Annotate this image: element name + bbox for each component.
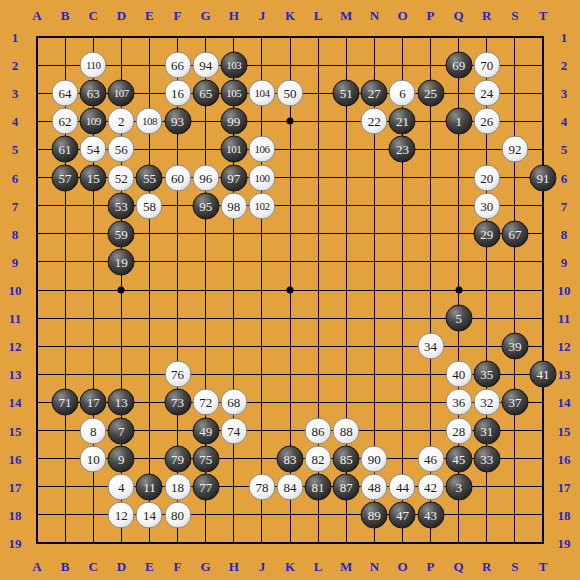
stone-black-K16: 83 [277,445,304,472]
move-number: 68 [227,396,240,409]
move-number: 93 [171,115,184,128]
column-label-bottom: N [370,560,379,573]
stone-black-M16: 85 [333,445,360,472]
row-label-left: 4 [12,115,19,128]
stone-white-R14: 32 [473,389,500,416]
move-number: 63 [87,87,100,100]
stone-black-S14: 37 [501,389,528,416]
stone-white-F3: 16 [164,80,191,107]
move-number: 86 [312,424,325,437]
stone-black-B5: 61 [52,136,79,163]
row-label-left: 6 [12,171,19,184]
move-number: 109 [86,116,101,127]
stone-black-R13: 35 [473,361,500,388]
stone-black-H5: 101 [220,136,247,163]
move-number: 87 [340,480,353,493]
move-number: 100 [254,172,269,183]
row-label-left: 11 [9,312,21,325]
move-number: 2 [118,115,125,128]
move-number: 16 [171,87,184,100]
stone-black-N3: 27 [361,80,388,107]
column-label-bottom: R [482,560,491,573]
stone-white-H7: 98 [220,192,247,219]
stone-white-L16: 82 [305,445,332,472]
row-label-right: 1 [561,31,568,44]
move-number: 5 [455,312,462,325]
stone-white-H14: 68 [220,389,247,416]
column-label-top: R [482,9,491,22]
move-number: 26 [480,115,493,128]
row-label-left: 9 [12,255,19,268]
stone-black-M17: 87 [333,473,360,500]
stone-black-F16: 79 [164,445,191,472]
move-number: 52 [115,171,128,184]
column-label-top: T [539,9,548,22]
stone-white-R7: 30 [473,192,500,219]
stone-black-L17: 81 [305,473,332,500]
row-label-right: 2 [561,59,568,72]
column-label-top: O [397,9,407,22]
move-number: 33 [480,452,493,465]
stone-white-D18: 12 [108,501,135,528]
move-number: 107 [114,88,129,99]
move-number: 8 [90,424,97,437]
move-number: 24 [480,87,493,100]
stone-white-K3: 50 [277,80,304,107]
move-number: 83 [284,452,297,465]
move-number: 67 [508,227,521,240]
stone-black-C4: 109 [80,108,107,135]
stone-white-C2: 110 [80,52,107,79]
stone-white-J5: 106 [248,136,275,163]
stone-white-F2: 66 [164,52,191,79]
row-label-right: 19 [558,537,571,550]
move-number: 19 [115,255,128,268]
move-number: 103 [226,60,241,71]
move-number: 49 [199,424,212,437]
row-label-left: 15 [9,424,22,437]
move-number: 51 [340,87,353,100]
stone-black-D15: 7 [108,417,135,444]
row-label-right: 17 [558,480,571,493]
move-number: 13 [115,396,128,409]
row-label-right: 6 [561,171,568,184]
stone-black-Q11: 5 [445,305,472,332]
move-number: 81 [312,480,325,493]
stone-white-E18: 14 [136,501,163,528]
star-point-K4 [287,118,294,125]
stone-black-R8: 29 [473,220,500,247]
column-label-top: Q [454,9,464,22]
move-number: 43 [424,508,437,521]
row-label-left: 8 [12,227,19,240]
stone-white-Q13: 40 [445,361,472,388]
stone-white-R3: 24 [473,80,500,107]
row-label-right: 4 [561,115,568,128]
column-label-bottom: D [117,560,126,573]
stone-white-D17: 4 [108,473,135,500]
stone-black-O5: 23 [389,136,416,163]
move-number: 34 [424,340,437,353]
move-number: 15 [87,171,100,184]
stone-white-M15: 88 [333,417,360,444]
move-number: 96 [199,171,212,184]
stone-white-R4: 26 [473,108,500,135]
move-number: 62 [59,115,72,128]
stone-black-H4: 99 [220,108,247,135]
move-number: 82 [312,452,325,465]
move-number: 85 [340,452,353,465]
row-label-left: 5 [12,143,19,156]
column-label-bottom: Q [454,560,464,573]
move-number: 3 [455,480,462,493]
row-label-right: 14 [558,396,571,409]
move-number: 75 [199,452,212,465]
move-number: 73 [171,396,184,409]
stone-white-F17: 18 [164,473,191,500]
move-number: 64 [59,87,72,100]
move-number: 108 [142,116,157,127]
column-label-bottom: A [32,560,41,573]
move-number: 20 [480,171,493,184]
move-number: 40 [452,368,465,381]
star-point-K10 [287,287,294,294]
stone-black-G16: 75 [192,445,219,472]
column-label-top: E [145,9,154,22]
column-label-top: A [32,9,41,22]
column-label-top: P [427,9,435,22]
stone-black-S8: 67 [501,220,528,247]
stone-white-B4: 62 [52,108,79,135]
stone-white-O3: 6 [389,80,416,107]
move-number: 77 [199,480,212,493]
move-number: 57 [59,171,72,184]
move-number: 27 [368,87,381,100]
stone-white-B3: 64 [52,80,79,107]
move-number: 92 [508,143,521,156]
stone-white-N16: 90 [361,445,388,472]
row-label-left: 16 [9,452,22,465]
move-number: 69 [452,59,465,72]
move-number: 21 [396,115,409,128]
move-number: 65 [199,87,212,100]
move-number: 84 [284,480,297,493]
move-number: 95 [199,199,212,212]
stone-white-E7: 58 [136,192,163,219]
move-number: 104 [254,88,269,99]
row-label-left: 14 [9,396,22,409]
column-label-top: L [314,9,323,22]
stone-white-G14: 72 [192,389,219,416]
move-number: 37 [508,396,521,409]
column-label-bottom: O [397,560,407,573]
stone-white-H15: 74 [220,417,247,444]
move-number: 39 [508,340,521,353]
row-label-right: 12 [558,340,571,353]
stone-white-D6: 52 [108,164,135,191]
stone-white-F13: 76 [164,361,191,388]
stone-white-C15: 8 [80,417,107,444]
move-number: 23 [396,143,409,156]
stone-white-L15: 86 [305,417,332,444]
move-number: 14 [143,508,156,521]
move-number: 22 [368,115,381,128]
stone-white-N4: 22 [361,108,388,135]
stone-black-D9: 19 [108,248,135,275]
stone-white-E4: 108 [136,108,163,135]
column-label-bottom: E [145,560,154,573]
stone-white-J3: 104 [248,80,275,107]
stone-white-K17: 84 [277,473,304,500]
move-number: 46 [424,452,437,465]
stone-white-R6: 20 [473,164,500,191]
row-label-left: 19 [9,537,22,550]
row-label-left: 3 [12,87,19,100]
stone-black-Q4: 1 [445,108,472,135]
move-number: 50 [284,87,297,100]
move-number: 1 [455,115,462,128]
stone-black-C6: 15 [80,164,107,191]
move-number: 6 [399,87,406,100]
stone-black-Q2: 69 [445,52,472,79]
stone-white-P16: 46 [417,445,444,472]
move-number: 79 [171,452,184,465]
stone-black-D14: 13 [108,389,135,416]
stone-white-P17: 42 [417,473,444,500]
move-number: 58 [143,199,156,212]
stone-white-Q15: 28 [445,417,472,444]
stone-black-G7: 95 [192,192,219,219]
row-label-left: 12 [9,340,22,353]
move-number: 105 [226,88,241,99]
column-label-bottom: C [89,560,98,573]
column-label-top: H [229,9,239,22]
move-number: 78 [255,480,268,493]
move-number: 28 [452,424,465,437]
column-label-bottom: T [539,560,548,573]
stone-white-J17: 78 [248,473,275,500]
move-number: 18 [171,480,184,493]
move-number: 11 [143,480,156,493]
stone-black-C14: 17 [80,389,107,416]
stone-black-C3: 63 [80,80,107,107]
move-number: 71 [59,396,72,409]
stone-black-B14: 71 [52,389,79,416]
row-label-left: 2 [12,59,19,72]
stone-white-J6: 100 [248,164,275,191]
row-label-right: 15 [558,424,571,437]
stone-black-G17: 77 [192,473,219,500]
column-label-bottom: J [259,560,266,573]
stone-white-G6: 96 [192,164,219,191]
move-number: 45 [452,452,465,465]
row-label-right: 10 [558,284,571,297]
stone-black-M3: 51 [333,80,360,107]
row-label-right: 7 [561,199,568,212]
stone-white-S5: 92 [501,136,528,163]
column-label-bottom: P [427,560,435,573]
column-label-top: K [285,9,295,22]
move-number: 25 [424,87,437,100]
move-number: 56 [115,143,128,156]
stone-white-Q14: 36 [445,389,472,416]
row-label-right: 9 [561,255,568,268]
move-number: 101 [226,144,241,155]
move-number: 31 [480,424,493,437]
move-number: 66 [171,59,184,72]
stone-white-O17: 44 [389,473,416,500]
star-point-Q10 [455,287,462,294]
move-number: 91 [537,171,550,184]
stone-white-F6: 60 [164,164,191,191]
move-number: 88 [340,424,353,437]
column-label-top: N [370,9,379,22]
column-label-top: S [511,9,518,22]
column-label-top: D [117,9,126,22]
move-number: 53 [115,199,128,212]
column-label-bottom: L [314,560,323,573]
stone-black-E17: 11 [136,473,163,500]
stone-white-C16: 10 [80,445,107,472]
stone-black-S12: 39 [501,333,528,360]
move-number: 98 [227,199,240,212]
move-number: 80 [171,508,184,521]
stone-white-D5: 56 [108,136,135,163]
move-number: 110 [86,60,101,71]
column-label-top: F [174,9,182,22]
move-number: 12 [115,508,128,521]
stone-black-P3: 25 [417,80,444,107]
move-number: 59 [115,227,128,240]
stone-white-F18: 80 [164,501,191,528]
move-number: 54 [87,143,100,156]
move-number: 74 [227,424,240,437]
move-number: 106 [254,144,269,155]
move-number: 72 [199,396,212,409]
row-label-right: 3 [561,87,568,100]
row-label-left: 13 [9,368,22,381]
move-number: 94 [199,59,212,72]
stone-black-P18: 43 [417,501,444,528]
move-number: 29 [480,227,493,240]
stone-white-G2: 94 [192,52,219,79]
row-label-right: 16 [558,452,571,465]
stone-black-H3: 105 [220,80,247,107]
stone-black-D3: 107 [108,80,135,107]
stone-black-B6: 57 [52,164,79,191]
column-label-bottom: M [340,560,352,573]
move-number: 97 [227,171,240,184]
move-number: 61 [59,143,72,156]
column-label-top: G [201,9,211,22]
column-label-bottom: F [174,560,182,573]
stone-black-O18: 47 [389,501,416,528]
row-label-right: 8 [561,227,568,240]
stone-black-T13: 41 [530,361,557,388]
move-number: 4 [118,480,125,493]
column-label-top: C [89,9,98,22]
column-label-top: J [259,9,266,22]
row-label-right: 13 [558,368,571,381]
row-label-left: 18 [9,508,22,521]
move-number: 89 [368,508,381,521]
move-number: 99 [227,115,240,128]
move-number: 30 [480,199,493,212]
move-number: 47 [396,508,409,521]
stone-black-G15: 49 [192,417,219,444]
move-number: 48 [368,480,381,493]
move-number: 90 [368,452,381,465]
column-label-top: B [61,9,70,22]
stone-black-F14: 73 [164,389,191,416]
stone-black-H2: 103 [220,52,247,79]
stone-black-Q16: 45 [445,445,472,472]
stone-black-D16: 9 [108,445,135,472]
move-number: 35 [480,368,493,381]
move-number: 9 [118,452,125,465]
row-label-right: 11 [558,312,570,325]
column-label-bottom: G [201,560,211,573]
row-label-right: 18 [558,508,571,521]
column-label-bottom: S [511,560,518,573]
stone-white-P12: 34 [417,333,444,360]
row-label-left: 7 [12,199,19,212]
move-number: 42 [424,480,437,493]
move-number: 10 [87,452,100,465]
move-number: 102 [254,200,269,211]
row-label-left: 10 [9,284,22,297]
move-number: 55 [143,171,156,184]
move-number: 70 [480,59,493,72]
move-number: 36 [452,396,465,409]
stone-black-D8: 59 [108,220,135,247]
column-label-bottom: K [285,560,295,573]
column-label-top: M [340,9,352,22]
row-label-left: 17 [9,480,22,493]
stone-white-N17: 48 [361,473,388,500]
column-label-bottom: B [61,560,70,573]
go-board[interactable]: AABBCCDDEEFFGGHHJJKKLLMMNNOOPPQQRRSSTT11… [0,0,580,580]
move-number: 60 [171,171,184,184]
row-label-right: 5 [561,143,568,156]
stone-black-D7: 53 [108,192,135,219]
move-number: 76 [171,368,184,381]
star-point-D10 [118,287,125,294]
move-number: 32 [480,396,493,409]
stone-black-R15: 31 [473,417,500,444]
move-number: 44 [396,480,409,493]
stone-black-G3: 65 [192,80,219,107]
stone-black-H6: 97 [220,164,247,191]
move-number: 7 [118,424,125,437]
stone-black-R16: 33 [473,445,500,472]
row-label-left: 1 [12,31,19,44]
stone-black-N18: 89 [361,501,388,528]
move-number: 41 [537,368,550,381]
stone-black-F4: 93 [164,108,191,135]
stone-black-T6: 91 [530,164,557,191]
stone-white-D4: 2 [108,108,135,135]
move-number: 17 [87,396,100,409]
stone-black-Q17: 3 [445,473,472,500]
stone-black-E6: 55 [136,164,163,191]
stone-white-C5: 54 [80,136,107,163]
stone-white-R2: 70 [473,52,500,79]
stone-white-J7: 102 [248,192,275,219]
stone-black-O4: 21 [389,108,416,135]
column-label-bottom: H [229,560,239,573]
